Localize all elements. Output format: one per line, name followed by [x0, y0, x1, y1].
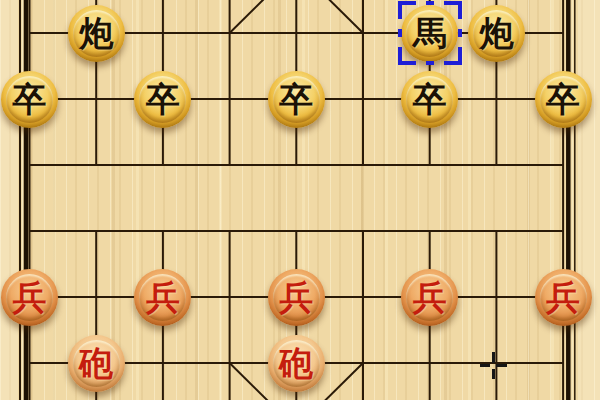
piece-black-soldier[interactable]: 卒: [1, 71, 58, 128]
piece-glyph: 卒: [13, 82, 47, 116]
piece-glyph: 兵: [546, 280, 580, 314]
piece-black-soldier[interactable]: 卒: [268, 71, 325, 128]
piece-glyph: 馬: [413, 16, 447, 50]
piece-red-soldier[interactable]: 兵: [1, 269, 58, 326]
piece-red-soldier[interactable]: 兵: [134, 269, 191, 326]
piece-red-cannon[interactable]: 砲: [68, 335, 125, 392]
xiangqi-board[interactable]: 炮馬炮卒卒卒卒卒兵兵兵兵兵砲砲: [0, 0, 600, 400]
piece-glyph: 卒: [546, 82, 580, 116]
piece-glyph: 砲: [79, 346, 113, 380]
piece-glyph: 砲: [279, 346, 313, 380]
piece-black-cannon[interactable]: 炮: [68, 5, 125, 62]
river-region: [30, 167, 564, 229]
piece-black-cannon[interactable]: 炮: [468, 5, 525, 62]
piece-glyph: 卒: [279, 82, 313, 116]
piece-glyph: 炮: [479, 16, 513, 50]
piece-glyph: 卒: [413, 82, 447, 116]
piece-glyph: 炮: [79, 16, 113, 50]
piece-black-soldier[interactable]: 卒: [535, 71, 592, 128]
piece-glyph: 兵: [13, 280, 47, 314]
piece-black-horse[interactable]: 馬: [401, 5, 458, 62]
piece-glyph: 兵: [413, 280, 447, 314]
piece-red-soldier[interactable]: 兵: [268, 269, 325, 326]
piece-glyph: 兵: [146, 280, 180, 314]
piece-black-soldier[interactable]: 卒: [134, 71, 191, 128]
piece-red-soldier[interactable]: 兵: [401, 269, 458, 326]
piece-glyph: 卒: [146, 82, 180, 116]
piece-red-soldier[interactable]: 兵: [535, 269, 592, 326]
piece-black-soldier[interactable]: 卒: [401, 71, 458, 128]
piece-red-cannon[interactable]: 砲: [268, 335, 325, 392]
piece-glyph: 兵: [279, 280, 313, 314]
